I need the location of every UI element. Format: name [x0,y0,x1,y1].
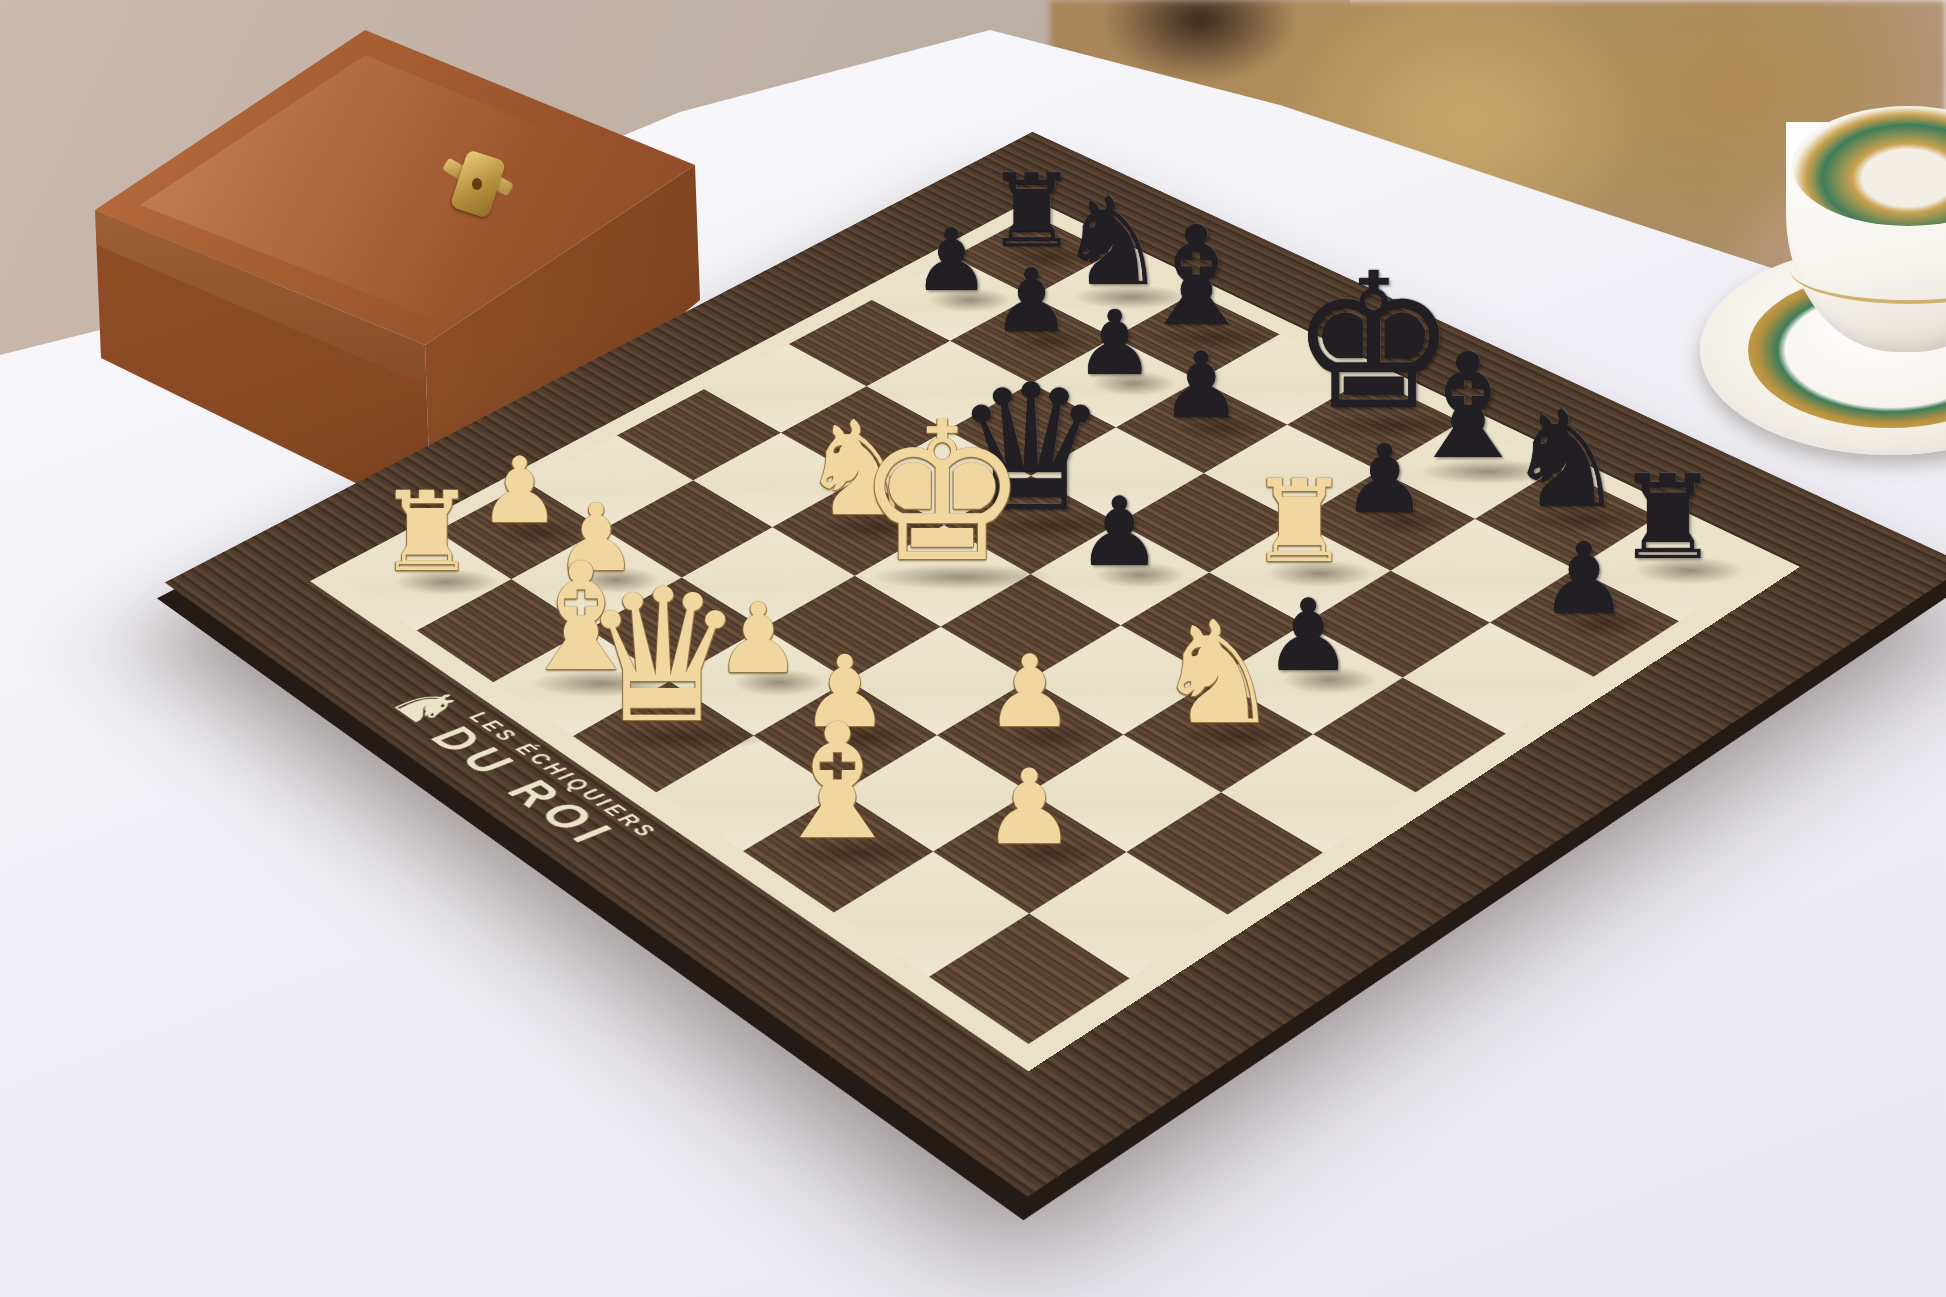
piece-white-knight-g4[interactable]: ♞ [1147,603,1288,744]
piece-white-rook-a1[interactable]: ♜ [372,478,482,588]
piece-black-pawn-h7[interactable]: ♟ [1535,530,1634,629]
piece-black-pawn-b7[interactable]: ♟ [988,258,1076,346]
brass-clasp-icon [440,148,518,222]
teacup-and-saucer [1690,140,1946,460]
piece-white-bishop-f1[interactable]: ♝ [758,703,917,862]
piece-black-pawn-e5[interactable]: ♟ [1072,485,1167,580]
piece-white-queen-d1[interactable]: ♛ [571,565,755,749]
piece-white-king-d4[interactable]: ♚ [846,396,1039,589]
piece-black-pawn-d7[interactable]: ♟ [1156,341,1247,432]
piece-white-pawn-g2[interactable]: ♟ [978,756,1081,859]
piece-black-pawn-a7[interactable]: ♟ [909,218,995,304]
piece-white-pawn-f3[interactable]: ♟ [980,642,1080,742]
piece-white-rook-f6[interactable]: ♜ [1242,465,1356,579]
